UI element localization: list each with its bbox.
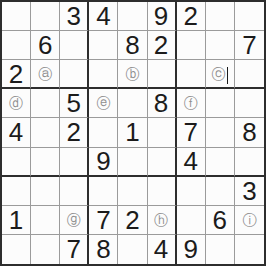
cell-r4c3[interactable]: 5 xyxy=(60,89,89,118)
cell-r1c8[interactable] xyxy=(206,2,235,31)
circled-letter-e: ⓔ xyxy=(96,96,110,110)
cell-r8c1[interactable]: 1 xyxy=(2,206,31,235)
cell-r6c9[interactable] xyxy=(235,148,264,177)
given-digit: 1 xyxy=(9,207,23,233)
given-digit: 4 xyxy=(154,236,168,262)
cell-r2c1[interactable] xyxy=(2,31,31,60)
cell-r1c9[interactable] xyxy=(235,2,264,31)
cell-r1c2[interactable] xyxy=(31,2,60,31)
given-digit: 4 xyxy=(9,119,23,145)
cell-r5c1[interactable]: 4 xyxy=(2,118,31,147)
cell-r1c5[interactable] xyxy=(118,2,147,31)
given-digit: 2 xyxy=(125,207,139,233)
cell-r5c6[interactable] xyxy=(148,118,177,147)
cell-r4c1[interactable]: ⓓ xyxy=(2,89,31,118)
cell-r8c7[interactable] xyxy=(177,206,206,235)
given-digit: 5 xyxy=(67,90,81,116)
cell-r6c5[interactable] xyxy=(118,148,147,177)
cell-r9c5[interactable] xyxy=(118,235,147,264)
cell-r2c6[interactable]: 2 xyxy=(148,31,177,60)
cell-r6c1[interactable] xyxy=(2,148,31,177)
cell-r3c3[interactable] xyxy=(60,60,89,89)
cell-r5c3[interactable]: 2 xyxy=(60,118,89,147)
cell-r7c4[interactable] xyxy=(89,177,118,206)
circled-letter-a: ⓐ xyxy=(38,67,52,81)
cell-r8c8[interactable]: 6 xyxy=(206,206,235,235)
given-digit: 3 xyxy=(242,178,256,204)
given-digit: 6 xyxy=(213,207,227,233)
given-digit: 7 xyxy=(183,119,197,145)
given-digit: 7 xyxy=(67,236,81,262)
cell-r1c3[interactable]: 3 xyxy=(60,2,89,31)
cell-r3c5[interactable]: ⓑ xyxy=(118,60,147,89)
cell-r6c6[interactable] xyxy=(148,148,177,177)
given-digit: 8 xyxy=(96,236,110,262)
cell-r4c4[interactable]: ⓔ xyxy=(89,89,118,118)
cell-r4c9[interactable] xyxy=(235,89,264,118)
cell-r4c2[interactable] xyxy=(31,89,60,118)
cell-r8c2[interactable] xyxy=(31,206,60,235)
cell-r5c7[interactable]: 7 xyxy=(177,118,206,147)
cell-r3c6[interactable] xyxy=(148,60,177,89)
cell-r4c5[interactable] xyxy=(118,89,147,118)
cell-r2c2[interactable]: 6 xyxy=(31,31,60,60)
cell-r3c7[interactable] xyxy=(177,60,206,89)
cell-r4c8[interactable] xyxy=(206,89,235,118)
given-digit: 8 xyxy=(125,32,139,58)
circled-letter-i: ⓘ xyxy=(242,213,256,227)
cell-r7c1[interactable] xyxy=(2,177,31,206)
circled-letter-h: ⓗ xyxy=(154,213,168,227)
cell-r6c8[interactable] xyxy=(206,148,235,177)
cell-r5c4[interactable] xyxy=(89,118,118,147)
cell-r3c2[interactable]: ⓐ xyxy=(31,60,60,89)
cell-r9c4[interactable]: 8 xyxy=(89,235,118,264)
cell-r9c7[interactable]: 9 xyxy=(177,235,206,264)
circled-letter-f: ⓕ xyxy=(184,96,198,110)
cell-r7c3[interactable] xyxy=(60,177,89,206)
cell-r5c5[interactable]: 1 xyxy=(118,118,147,147)
given-digit: 2 xyxy=(9,61,23,87)
cell-r5c9[interactable]: 8 xyxy=(235,118,264,147)
cell-r3c8[interactable]: ⓒ xyxy=(206,60,235,89)
cell-r6c7[interactable]: 4 xyxy=(177,148,206,177)
given-digit: 4 xyxy=(183,148,197,174)
cell-r2c4[interactable] xyxy=(89,31,118,60)
cell-r6c3[interactable] xyxy=(60,148,89,177)
given-digit: 8 xyxy=(154,90,168,116)
cell-r2c8[interactable] xyxy=(206,31,235,60)
cell-r6c4[interactable]: 9 xyxy=(89,148,118,177)
circled-letter-c: ⓒ xyxy=(212,67,226,81)
cell-r8c6[interactable]: ⓗ xyxy=(148,206,177,235)
cell-r5c8[interactable] xyxy=(206,118,235,147)
cell-r7c2[interactable] xyxy=(31,177,60,206)
cell-r9c9[interactable] xyxy=(235,235,264,264)
given-digit: 1 xyxy=(125,119,139,145)
text-caret xyxy=(227,67,229,84)
circled-letter-d: ⓓ xyxy=(9,96,23,110)
cell-r3c4[interactable] xyxy=(89,60,118,89)
cell-r8c9[interactable]: ⓘ xyxy=(235,206,264,235)
given-digit: 9 xyxy=(96,148,110,174)
cell-r3c1[interactable]: 2 xyxy=(2,60,31,89)
cell-r9c2[interactable] xyxy=(31,235,60,264)
given-digit: 2 xyxy=(183,3,197,29)
cell-r7c9[interactable]: 3 xyxy=(235,177,264,206)
given-digit: 8 xyxy=(242,119,256,145)
given-digit: 7 xyxy=(96,207,110,233)
cell-r1c4[interactable]: 4 xyxy=(89,2,118,31)
cell-r8c5[interactable]: 2 xyxy=(118,206,147,235)
cell-r7c6[interactable] xyxy=(148,177,177,206)
circled-letter-b: ⓑ xyxy=(125,67,139,81)
circled-letter-g: ⓖ xyxy=(67,213,81,227)
cell-r2c3[interactable] xyxy=(60,31,89,60)
cell-r1c6[interactable]: 9 xyxy=(148,2,177,31)
cell-r7c8[interactable] xyxy=(206,177,235,206)
cell-r5c2[interactable] xyxy=(31,118,60,147)
cell-r8c3[interactable]: ⓖ xyxy=(60,206,89,235)
cell-r9c3[interactable]: 7 xyxy=(60,235,89,264)
cell-r7c5[interactable] xyxy=(118,177,147,206)
cell-r8c4[interactable]: 7 xyxy=(89,206,118,235)
given-digit: 7 xyxy=(242,32,256,58)
cell-r9c8[interactable] xyxy=(206,235,235,264)
cell-r2c7[interactable] xyxy=(177,31,206,60)
cell-r7c7[interactable] xyxy=(177,177,206,206)
cell-r6c2[interactable] xyxy=(31,148,60,177)
cell-r1c1[interactable] xyxy=(2,2,31,31)
given-digit: 2 xyxy=(67,119,81,145)
cell-r2c9[interactable]: 7 xyxy=(235,31,264,60)
cell-r2c5[interactable]: 8 xyxy=(118,31,147,60)
cell-r4c7[interactable]: ⓕ xyxy=(177,89,206,118)
cell-r4c6[interactable]: 8 xyxy=(148,89,177,118)
given-digit: 2 xyxy=(154,32,168,58)
given-digit: 3 xyxy=(67,3,81,29)
sudoku-board: 349268272ⓐⓑⓒⓓ5ⓔ8ⓕ421789431ⓖ72ⓗ6ⓘ7849 xyxy=(0,0,266,266)
given-digit: 6 xyxy=(38,32,52,58)
cell-r9c6[interactable]: 4 xyxy=(148,235,177,264)
given-digit: 4 xyxy=(96,3,110,29)
cell-r9c1[interactable] xyxy=(2,235,31,264)
given-digit: 9 xyxy=(183,236,197,262)
given-digit: 9 xyxy=(154,3,168,29)
cell-r3c9[interactable] xyxy=(235,60,264,89)
cell-r1c7[interactable]: 2 xyxy=(177,2,206,31)
